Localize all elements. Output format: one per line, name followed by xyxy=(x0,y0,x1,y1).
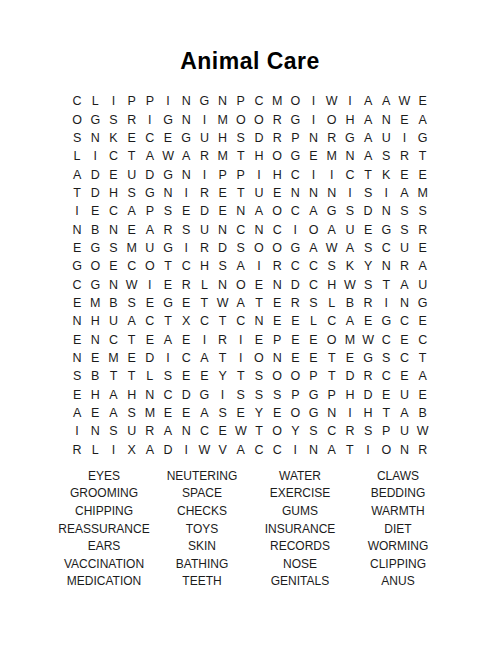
grid-cell-r3c10: S xyxy=(232,129,250,147)
grid-cell-r19c11: T xyxy=(250,422,268,440)
grid-cell-r5c20: E xyxy=(414,165,432,183)
grid-cell-r9c18: C xyxy=(377,239,395,257)
grid-cell-r11c11: E xyxy=(250,275,268,293)
grid-cell-r11c19: A xyxy=(395,275,413,293)
grid-cell-r8c5: A xyxy=(141,220,159,238)
grid-cell-r12c20: G xyxy=(414,294,432,312)
grid-cell-r17c19: U xyxy=(395,386,413,404)
grid-cell-r8c20: R xyxy=(414,220,432,238)
grid-cell-r1c6: I xyxy=(159,92,177,110)
word-list-item: NOSE xyxy=(251,555,349,573)
grid-cell-r17c3: A xyxy=(104,386,122,404)
word-list-item: EXERCISE xyxy=(251,485,349,503)
grid-cell-r3c11: D xyxy=(250,129,268,147)
word-list-item: BEDDING xyxy=(349,485,447,503)
grid-cell-r4c11: H xyxy=(250,147,268,165)
grid-cell-r16c9: Y xyxy=(214,367,232,385)
grid-cell-r4c17: A xyxy=(359,147,377,165)
grid-cell-r7c11: A xyxy=(250,202,268,220)
grid-cell-r18c17: H xyxy=(359,404,377,422)
grid-cell-r4c6: W xyxy=(159,147,177,165)
grid-cell-r20c9: V xyxy=(214,441,232,459)
grid-cell-r14c5: E xyxy=(141,330,159,348)
grid-cell-r18c19: A xyxy=(395,404,413,422)
word-list-item: WORMING xyxy=(349,537,447,555)
grid-cell-r18c9: S xyxy=(214,404,232,422)
word-list-item: GROOMING xyxy=(55,485,153,503)
grid-cell-r8c17: E xyxy=(359,220,377,238)
grid-cell-r11c9: N xyxy=(214,275,232,293)
grid-cell-r2c5: I xyxy=(141,110,159,128)
grid-cell-r8c13: I xyxy=(286,220,304,238)
grid-cell-r2c20: A xyxy=(414,110,432,128)
grid-cell-r8c7: S xyxy=(177,220,195,238)
grid-cell-r12c10: A xyxy=(232,294,250,312)
grid-cell-r18c4: S xyxy=(123,404,141,422)
grid-cell-r17c20: E xyxy=(414,386,432,404)
grid-cell-r14c6: A xyxy=(159,330,177,348)
grid-cell-r10c4: C xyxy=(123,257,141,275)
grid-cell-r2c13: G xyxy=(286,110,304,128)
word-list-item: EYES xyxy=(55,467,153,485)
grid-cell-r4c8: R xyxy=(195,147,213,165)
grid-cell-r4c3: C xyxy=(104,147,122,165)
grid-cell-r7c6: S xyxy=(159,202,177,220)
grid-cell-r7c14: A xyxy=(304,202,322,220)
grid-cell-r6c9: E xyxy=(214,184,232,202)
grid-cell-r1c15: W xyxy=(323,92,341,110)
word-list-item: SPACE xyxy=(153,485,251,503)
grid-cell-r3c17: A xyxy=(359,129,377,147)
grid-cell-r6c3: H xyxy=(104,184,122,202)
grid-cell-r12c13: R xyxy=(286,294,304,312)
grid-cell-r20c8: W xyxy=(195,441,213,459)
grid-cell-r20c1: R xyxy=(68,441,86,459)
grid-cell-r13c6: T xyxy=(159,312,177,330)
grid-cell-r1c13: O xyxy=(286,92,304,110)
grid-cell-r13c15: C xyxy=(323,312,341,330)
grid-cell-r15c3: M xyxy=(104,349,122,367)
grid-cell-r1c11: C xyxy=(250,92,268,110)
grid-cell-r2c1: O xyxy=(68,110,86,128)
word-list-item: VACCINATION xyxy=(55,555,153,573)
grid-cell-r8c18: G xyxy=(377,220,395,238)
grid-cell-r7c18: N xyxy=(377,202,395,220)
word-list-item: INSURANCE xyxy=(251,520,349,538)
grid-cell-r13c17: E xyxy=(359,312,377,330)
grid-cell-r12c3: B xyxy=(104,294,122,312)
grid-cell-r6c18: I xyxy=(377,184,395,202)
grid-cell-r6c16: I xyxy=(341,184,359,202)
grid-cell-r8c1: N xyxy=(68,220,86,238)
grid-cell-r16c7: E xyxy=(177,367,195,385)
word-list-item: CHIPPING xyxy=(55,502,153,520)
grid-cell-r2c9: M xyxy=(214,110,232,128)
grid-cell-r16c1: S xyxy=(68,367,86,385)
grid-cell-r3c6: E xyxy=(159,129,177,147)
word-list-item: TOYS xyxy=(153,520,251,538)
grid-cell-r20c5: A xyxy=(141,441,159,459)
grid-cell-r17c9: I xyxy=(214,386,232,404)
grid-cell-r3c16: G xyxy=(341,129,359,147)
grid-cell-r1c20: E xyxy=(414,92,432,110)
grid-cell-r6c6: N xyxy=(159,184,177,202)
grid-cell-r19c7: N xyxy=(177,422,195,440)
grid-cell-r6c7: I xyxy=(177,184,195,202)
grid-cell-r6c10: T xyxy=(232,184,250,202)
grid-cell-r18c11: Y xyxy=(250,404,268,422)
grid-cell-r18c14: G xyxy=(304,404,322,422)
grid-cell-r14c12: P xyxy=(268,330,286,348)
word-list-item: GUMS xyxy=(251,502,349,520)
grid-cell-r11c15: H xyxy=(323,275,341,293)
grid-cell-r14c1: E xyxy=(68,330,86,348)
grid-cell-r16c8: E xyxy=(195,367,213,385)
grid-cell-r15c15: T xyxy=(323,349,341,367)
grid-cell-r5c10: P xyxy=(232,165,250,183)
grid-cell-r7c20: S xyxy=(414,202,432,220)
grid-cell-r7c15: G xyxy=(323,202,341,220)
grid-cell-r11c17: S xyxy=(359,275,377,293)
grid-cell-r1c12: M xyxy=(268,92,286,110)
grid-cell-r12c16: B xyxy=(341,294,359,312)
grid-cell-r6c13: N xyxy=(286,184,304,202)
grid-cell-r10c18: N xyxy=(377,257,395,275)
grid-cell-r20c11: C xyxy=(250,441,268,459)
grid-cell-r12c11: T xyxy=(250,294,268,312)
grid-cell-r2c4: R xyxy=(123,110,141,128)
grid-cell-r16c3: T xyxy=(104,367,122,385)
grid-cell-r3c3: K xyxy=(104,129,122,147)
grid-cell-r10c12: R xyxy=(268,257,286,275)
grid-cell-r5c6: G xyxy=(159,165,177,183)
grid-cell-r15c4: E xyxy=(123,349,141,367)
grid-cell-r4c10: T xyxy=(232,147,250,165)
grid-cell-r5c11: I xyxy=(250,165,268,183)
grid-cell-r3c19: I xyxy=(395,129,413,147)
grid-cell-r5c15: I xyxy=(323,165,341,183)
grid-cell-r2c15: O xyxy=(323,110,341,128)
grid-cell-r12c4: S xyxy=(123,294,141,312)
grid-cell-r20c12: C xyxy=(268,441,286,459)
grid-cell-r4c12: O xyxy=(268,147,286,165)
grid-cell-r4c19: R xyxy=(395,147,413,165)
grid-cell-r17c11: S xyxy=(250,386,268,404)
grid-cell-r3c5: C xyxy=(141,129,159,147)
grid-cell-r14c14: E xyxy=(304,330,322,348)
grid-cell-r19c12: O xyxy=(268,422,286,440)
grid-cell-r3c20: G xyxy=(414,129,432,147)
grid-cell-r20c3: I xyxy=(104,441,122,459)
grid-cell-r4c9: M xyxy=(214,147,232,165)
grid-cell-r8c2: B xyxy=(86,220,104,238)
grid-cell-r17c7: D xyxy=(177,386,195,404)
grid-cell-r9c6: G xyxy=(159,239,177,257)
grid-cell-r19c4: U xyxy=(123,422,141,440)
grid-cell-r5c18: K xyxy=(377,165,395,183)
grid-cell-r15c1: N xyxy=(68,349,86,367)
grid-cell-r8c10: C xyxy=(232,220,250,238)
grid-cell-r4c15: M xyxy=(323,147,341,165)
grid-cell-r7c10: N xyxy=(232,202,250,220)
grid-cell-r14c16: M xyxy=(341,330,359,348)
grid-cell-r7c13: C xyxy=(286,202,304,220)
grid-cell-r1c4: P xyxy=(123,92,141,110)
grid-cell-r9c10: S xyxy=(232,239,250,257)
grid-cell-r5c17: T xyxy=(359,165,377,183)
grid-cell-r20c19: N xyxy=(395,441,413,459)
grid-cell-r17c16: H xyxy=(341,386,359,404)
grid-cell-r10c19: R xyxy=(395,257,413,275)
grid-cell-r5c3: E xyxy=(104,165,122,183)
grid-cell-r19c19: U xyxy=(395,422,413,440)
grid-cell-r7c7: E xyxy=(177,202,195,220)
grid-cell-r6c17: S xyxy=(359,184,377,202)
grid-cell-r16c17: R xyxy=(359,367,377,385)
grid-cell-r9c16: A xyxy=(341,239,359,257)
grid-cell-r13c8: C xyxy=(195,312,213,330)
grid-cell-r19c15: C xyxy=(323,422,341,440)
grid-cell-r18c8: A xyxy=(195,404,213,422)
word-list-item: ANUS xyxy=(349,573,447,591)
grid-cell-r8c14: O xyxy=(304,220,322,238)
grid-cell-r19c8: C xyxy=(195,422,213,440)
grid-cell-r10c17: Y xyxy=(359,257,377,275)
grid-cell-r7c12: O xyxy=(268,202,286,220)
grid-cell-r13c7: X xyxy=(177,312,195,330)
grid-cell-r13c4: A xyxy=(123,312,141,330)
grid-cell-r6c2: D xyxy=(86,184,104,202)
grid-cell-r12c6: G xyxy=(159,294,177,312)
grid-cell-r20c7: I xyxy=(177,441,195,459)
grid-cell-r6c11: U xyxy=(250,184,268,202)
grid-cell-r19c5: R xyxy=(141,422,159,440)
grid-cell-r9c12: O xyxy=(268,239,286,257)
grid-cell-r8c16: U xyxy=(341,220,359,238)
grid-cell-r2c17: A xyxy=(359,110,377,128)
grid-cell-r2c12: R xyxy=(268,110,286,128)
grid-cell-r11c8: L xyxy=(195,275,213,293)
grid-cell-r19c3: S xyxy=(104,422,122,440)
grid-cell-r10c8: H xyxy=(195,257,213,275)
grid-cell-r19c1: I xyxy=(68,422,86,440)
grid-cell-r5c8: I xyxy=(195,165,213,183)
grid-cell-r9c14: A xyxy=(304,239,322,257)
grid-cell-r1c16: I xyxy=(341,92,359,110)
grid-cell-r17c8: G xyxy=(195,386,213,404)
word-list-item: CLIPPING xyxy=(349,555,447,573)
grid-cell-r6c1: T xyxy=(68,184,86,202)
grid-cell-r9c8: R xyxy=(195,239,213,257)
grid-cell-r9c13: G xyxy=(286,239,304,257)
grid-cell-r19c17: S xyxy=(359,422,377,440)
grid-cell-r5c13: C xyxy=(286,165,304,183)
word-list-item: GENITALS xyxy=(251,573,349,591)
grid-cell-r15c16: E xyxy=(341,349,359,367)
grid-cell-r18c7: E xyxy=(177,404,195,422)
grid-cell-r13c3: U xyxy=(104,312,122,330)
grid-cell-r4c20: T xyxy=(414,147,432,165)
grid-cell-r6c15: N xyxy=(323,184,341,202)
grid-cell-r6c5: G xyxy=(141,184,159,202)
grid-cell-r7c17: D xyxy=(359,202,377,220)
grid-cell-r16c13: O xyxy=(286,367,304,385)
word-list-item: WARMTH xyxy=(349,502,447,520)
grid-cell-r14c13: E xyxy=(286,330,304,348)
grid-cell-r1c17: A xyxy=(359,92,377,110)
grid-cell-r2c8: I xyxy=(195,110,213,128)
grid-cell-r11c16: W xyxy=(341,275,359,293)
grid-cell-r3c18: U xyxy=(377,129,395,147)
grid-cell-r1c2: L xyxy=(86,92,104,110)
word-list-item: DIET xyxy=(349,520,447,538)
grid-cell-r13c12: E xyxy=(268,312,286,330)
grid-cell-r19c20: W xyxy=(414,422,432,440)
grid-cell-r15c10: I xyxy=(232,349,250,367)
grid-cell-r13c2: H xyxy=(86,312,104,330)
grid-cell-r6c20: M xyxy=(414,184,432,202)
grid-cell-r3c13: P xyxy=(286,129,304,147)
grid-cell-r14c4: T xyxy=(123,330,141,348)
grid-cell-r13c13: E xyxy=(286,312,304,330)
word-list-item: TEETH xyxy=(153,573,251,591)
grid-cell-r17c6: C xyxy=(159,386,177,404)
grid-cell-r14c7: E xyxy=(177,330,195,348)
grid-cell-r8c3: N xyxy=(104,220,122,238)
grid-cell-r14c10: I xyxy=(232,330,250,348)
grid-cell-r10c6: T xyxy=(159,257,177,275)
grid-cell-r6c14: N xyxy=(304,184,322,202)
grid-cell-r12c1: E xyxy=(68,294,86,312)
grid-cell-r5c2: D xyxy=(86,165,104,183)
grid-cell-r2c2: G xyxy=(86,110,104,128)
grid-cell-r20c13: I xyxy=(286,441,304,459)
grid-cell-r18c13: O xyxy=(286,404,304,422)
grid-cell-r14c17: W xyxy=(359,330,377,348)
grid-cell-r5c12: H xyxy=(268,165,286,183)
grid-cell-r14c18: C xyxy=(377,330,395,348)
grid-cell-r14c9: R xyxy=(214,330,232,348)
grid-cell-r19c2: N xyxy=(86,422,104,440)
grid-cell-r12c12: E xyxy=(268,294,286,312)
grid-cell-r14c15: O xyxy=(323,330,341,348)
grid-cell-r18c5: M xyxy=(141,404,159,422)
grid-cell-r11c7: R xyxy=(177,275,195,293)
grid-cell-r12c7: E xyxy=(177,294,195,312)
grid-cell-r8c4: E xyxy=(123,220,141,238)
grid-cell-r1c5: P xyxy=(141,92,159,110)
grid-cell-r15c12: N xyxy=(268,349,286,367)
grid-cell-r9c1: E xyxy=(68,239,86,257)
grid-cell-r13c11: N xyxy=(250,312,268,330)
word-list-item: CLAWS xyxy=(349,467,447,485)
grid-cell-r12c14: S xyxy=(304,294,322,312)
grid-cell-r3c2: N xyxy=(86,129,104,147)
grid-cell-r19c13: Y xyxy=(286,422,304,440)
grid-cell-r2c18: N xyxy=(377,110,395,128)
grid-cell-r7c1: I xyxy=(68,202,86,220)
grid-cell-r4c13: G xyxy=(286,147,304,165)
grid-cell-r4c5: A xyxy=(141,147,159,165)
grid-cell-r19c10: W xyxy=(232,422,250,440)
grid-cell-r15c18: S xyxy=(377,349,395,367)
grid-cell-r1c10: P xyxy=(232,92,250,110)
grid-cell-r1c1: C xyxy=(68,92,86,110)
grid-cell-r12c8: T xyxy=(195,294,213,312)
grid-cell-r10c16: K xyxy=(341,257,359,275)
grid-cell-r7c2: E xyxy=(86,202,104,220)
grid-cell-r2c3: S xyxy=(104,110,122,128)
grid-cell-r3c14: N xyxy=(304,129,322,147)
grid-cell-r10c10: A xyxy=(232,257,250,275)
grid-cell-r3c4: E xyxy=(123,129,141,147)
grid-cell-r17c1: E xyxy=(68,386,86,404)
grid-cell-r20c16: T xyxy=(341,441,359,459)
word-list-item: BATHING xyxy=(153,555,251,573)
grid-cell-r5c9: P xyxy=(214,165,232,183)
word-list-item: EARS xyxy=(55,537,153,555)
grid-cell-r4c18: S xyxy=(377,147,395,165)
grid-cell-r16c11: S xyxy=(250,367,268,385)
grid-cell-r5c19: E xyxy=(395,165,413,183)
word-list: EYESNEUTERINGWATERCLAWSGROOMINGSPACEEXER… xyxy=(55,467,447,590)
grid-cell-r18c1: A xyxy=(68,404,86,422)
grid-cell-r9c11: O xyxy=(250,239,268,257)
grid-cell-r9c7: I xyxy=(177,239,195,257)
grid-cell-r19c6: A xyxy=(159,422,177,440)
grid-cell-r15c20: T xyxy=(414,349,432,367)
word-list-item: REASSURANCE xyxy=(55,520,153,538)
grid-cell-r1c7: N xyxy=(177,92,195,110)
grid-cell-r11c14: C xyxy=(304,275,322,293)
grid-cell-r5c7: N xyxy=(177,165,195,183)
grid-cell-r20c18: O xyxy=(377,441,395,459)
grid-cell-r3c12: R xyxy=(268,129,286,147)
grid-cell-r14c19: E xyxy=(395,330,413,348)
grid-cell-r19c16: R xyxy=(341,422,359,440)
grid-cell-r18c3: A xyxy=(104,404,122,422)
grid-cell-r5c1: A xyxy=(68,165,86,183)
grid-cell-r2c16: H xyxy=(341,110,359,128)
grid-cell-r15c14: E xyxy=(304,349,322,367)
grid-cell-r4c14: E xyxy=(304,147,322,165)
grid-cell-r16c4: T xyxy=(123,367,141,385)
letter-grid: CLIPPINGNPCMOIWIAAWEOGSRIGNIMOORGIOHANEA… xyxy=(68,92,432,459)
grid-cell-r19c14: S xyxy=(304,422,322,440)
grid-cell-r13c19: C xyxy=(395,312,413,330)
grid-cell-r11c6: E xyxy=(159,275,177,293)
grid-cell-r15c9: T xyxy=(214,349,232,367)
grid-cell-r3c15: R xyxy=(323,129,341,147)
grid-cell-r7c19: S xyxy=(395,202,413,220)
grid-cell-r1c14: I xyxy=(304,92,322,110)
grid-cell-r13c16: A xyxy=(341,312,359,330)
grid-cell-r15c19: C xyxy=(395,349,413,367)
grid-cell-r3c9: H xyxy=(214,129,232,147)
grid-cell-r14c3: C xyxy=(104,330,122,348)
grid-cell-r17c17: D xyxy=(359,386,377,404)
grid-cell-r13c1: N xyxy=(68,312,86,330)
word-list-item: RECORDS xyxy=(251,537,349,555)
grid-cell-r17c13: P xyxy=(286,386,304,404)
grid-cell-r1c9: N xyxy=(214,92,232,110)
word-list-item: CHECKS xyxy=(153,502,251,520)
grid-cell-r9c5: U xyxy=(141,239,159,257)
grid-cell-r17c18: E xyxy=(377,386,395,404)
grid-cell-r12c5: E xyxy=(141,294,159,312)
grid-cell-r18c15: N xyxy=(323,404,341,422)
grid-cell-r9c20: E xyxy=(414,239,432,257)
